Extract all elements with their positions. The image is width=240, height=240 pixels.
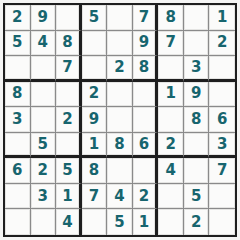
cell-r6c5[interactable]: 8 xyxy=(107,133,133,159)
cell-r2c7[interactable]: 7 xyxy=(158,31,184,57)
cell-r8c9[interactable] xyxy=(209,184,235,210)
given-digit: 6 xyxy=(217,112,227,127)
given-digit: 7 xyxy=(62,60,72,75)
cell-r5c5[interactable] xyxy=(107,107,133,133)
cell-r4c1[interactable]: 8 xyxy=(5,82,31,108)
cell-r7c8[interactable] xyxy=(184,158,210,184)
given-digit: 8 xyxy=(12,86,22,101)
cell-r7c6[interactable] xyxy=(133,158,159,184)
given-digit: 2 xyxy=(217,35,227,50)
page: 2957815489727283821932986518623625847317… xyxy=(0,0,240,240)
given-digit: 3 xyxy=(191,60,201,75)
given-digit: 7 xyxy=(217,163,227,178)
given-digit: 8 xyxy=(165,10,175,25)
cell-r5c3[interactable]: 2 xyxy=(56,107,82,133)
given-digit: 2 xyxy=(114,60,124,75)
cell-r2c9[interactable]: 2 xyxy=(209,31,235,57)
given-digit: 5 xyxy=(62,163,72,178)
cell-r4c5[interactable] xyxy=(107,82,133,108)
cell-r7c2[interactable]: 2 xyxy=(31,158,57,184)
given-digit: 1 xyxy=(165,86,175,101)
cell-r2c6[interactable]: 9 xyxy=(133,31,159,57)
given-digit: 7 xyxy=(89,189,99,204)
given-digit: 9 xyxy=(191,86,201,101)
cell-r6c7[interactable]: 2 xyxy=(158,133,184,159)
cell-r6c6[interactable]: 6 xyxy=(133,133,159,159)
given-digit: 1 xyxy=(89,137,99,152)
cell-r7c7[interactable]: 4 xyxy=(158,158,184,184)
cell-r8c3[interactable]: 1 xyxy=(56,184,82,210)
cell-r4c2[interactable] xyxy=(31,82,57,108)
cell-r5c1[interactable]: 3 xyxy=(5,107,31,133)
cell-r3c4[interactable] xyxy=(82,56,108,82)
given-digit: 6 xyxy=(139,137,149,152)
cell-r1c7[interactable]: 8 xyxy=(158,5,184,31)
given-digit: 8 xyxy=(139,60,149,75)
cell-r8c6[interactable]: 2 xyxy=(133,184,159,210)
cell-r7c1[interactable]: 6 xyxy=(5,158,31,184)
cell-r8c4[interactable]: 7 xyxy=(82,184,108,210)
cell-r4c3[interactable] xyxy=(56,82,82,108)
cell-r2c1[interactable]: 5 xyxy=(5,31,31,57)
cell-r6c2[interactable]: 5 xyxy=(31,133,57,159)
cell-r3c3[interactable]: 7 xyxy=(56,56,82,82)
cell-r6c3[interactable] xyxy=(56,133,82,159)
cell-r3c9[interactable] xyxy=(209,56,235,82)
cell-r6c8[interactable] xyxy=(184,133,210,159)
cell-r4c7[interactable]: 1 xyxy=(158,82,184,108)
cell-r7c4[interactable]: 8 xyxy=(82,158,108,184)
cell-r9c4[interactable] xyxy=(82,209,108,235)
given-digit: 4 xyxy=(62,215,72,230)
cell-r9c5[interactable]: 5 xyxy=(107,209,133,235)
cell-r1c6[interactable]: 7 xyxy=(133,5,159,31)
given-digit: 5 xyxy=(38,137,48,152)
cell-r3c1[interactable] xyxy=(5,56,31,82)
cell-r1c4[interactable]: 5 xyxy=(82,5,108,31)
given-digit: 8 xyxy=(191,112,201,127)
given-digit: 3 xyxy=(217,137,227,152)
given-digit: 5 xyxy=(114,215,124,230)
cell-r5c8[interactable]: 8 xyxy=(184,107,210,133)
cell-r3c7[interactable] xyxy=(158,56,184,82)
cell-r4c6[interactable] xyxy=(133,82,159,108)
cell-r2c4[interactable] xyxy=(82,31,108,57)
cell-r9c8[interactable]: 2 xyxy=(184,209,210,235)
cell-r7c5[interactable] xyxy=(107,158,133,184)
cell-r1c1[interactable]: 2 xyxy=(5,5,31,31)
cell-r5c7[interactable] xyxy=(158,107,184,133)
given-digit: 7 xyxy=(139,10,149,25)
cell-r9c2[interactable] xyxy=(31,209,57,235)
given-digit: 8 xyxy=(89,163,99,178)
cell-r3c6[interactable]: 8 xyxy=(133,56,159,82)
given-digit: 1 xyxy=(217,10,227,25)
cell-r5c2[interactable] xyxy=(31,107,57,133)
cell-r9c6[interactable]: 1 xyxy=(133,209,159,235)
cell-r1c3[interactable] xyxy=(56,5,82,31)
cell-r2c3[interactable]: 8 xyxy=(56,31,82,57)
given-digit: 4 xyxy=(165,163,175,178)
cell-r8c7[interactable] xyxy=(158,184,184,210)
cell-r9c3[interactable]: 4 xyxy=(56,209,82,235)
given-digit: 8 xyxy=(62,35,72,50)
given-digit: 3 xyxy=(38,189,48,204)
given-digit: 2 xyxy=(62,112,72,127)
given-digit: 2 xyxy=(12,10,22,25)
cell-r9c7[interactable] xyxy=(158,209,184,235)
cell-r6c9[interactable]: 3 xyxy=(209,133,235,159)
given-digit: 2 xyxy=(89,86,99,101)
cell-r6c4[interactable]: 1 xyxy=(82,133,108,159)
cell-r3c8[interactable]: 3 xyxy=(184,56,210,82)
given-digit: 7 xyxy=(165,35,175,50)
given-digit: 5 xyxy=(12,35,22,50)
given-digit: 4 xyxy=(114,189,124,204)
cell-r1c5[interactable] xyxy=(107,5,133,31)
cell-r5c9[interactable]: 6 xyxy=(209,107,235,133)
given-digit: 2 xyxy=(139,189,149,204)
cell-r8c2[interactable]: 3 xyxy=(31,184,57,210)
given-digit: 2 xyxy=(38,163,48,178)
cell-r1c8[interactable] xyxy=(184,5,210,31)
cell-r8c1[interactable] xyxy=(5,184,31,210)
given-digit: 1 xyxy=(62,189,72,204)
given-digit: 1 xyxy=(139,215,149,230)
given-digit: 9 xyxy=(89,112,99,127)
given-digit: 9 xyxy=(38,10,48,25)
cell-r4c8[interactable]: 9 xyxy=(184,82,210,108)
cell-r5c4[interactable]: 9 xyxy=(82,107,108,133)
cell-r4c4[interactable]: 2 xyxy=(82,82,108,108)
cell-r8c8[interactable]: 5 xyxy=(184,184,210,210)
cell-r7c3[interactable]: 5 xyxy=(56,158,82,184)
cell-r9c1[interactable] xyxy=(5,209,31,235)
given-digit: 5 xyxy=(191,189,201,204)
cell-r9c9[interactable] xyxy=(209,209,235,235)
cell-r1c9[interactable]: 1 xyxy=(209,5,235,31)
sudoku-board: 2957815489727283821932986518623625847317… xyxy=(3,3,237,237)
given-digit: 8 xyxy=(114,137,124,152)
cell-r5c6[interactable] xyxy=(133,107,159,133)
cell-r6c1[interactable] xyxy=(5,133,31,159)
cell-r2c8[interactable] xyxy=(184,31,210,57)
cell-r4c9[interactable] xyxy=(209,82,235,108)
given-digit: 2 xyxy=(165,137,175,152)
cell-r2c2[interactable]: 4 xyxy=(31,31,57,57)
given-digit: 4 xyxy=(38,35,48,50)
given-digit: 6 xyxy=(12,163,22,178)
cell-r1c2[interactable]: 9 xyxy=(31,5,57,31)
cell-r2c5[interactable] xyxy=(107,31,133,57)
given-digit: 3 xyxy=(12,112,22,127)
given-digit: 5 xyxy=(89,10,99,25)
cell-r3c2[interactable] xyxy=(31,56,57,82)
cell-r3c5[interactable]: 2 xyxy=(107,56,133,82)
cell-r7c9[interactable]: 7 xyxy=(209,158,235,184)
cell-r8c5[interactable]: 4 xyxy=(107,184,133,210)
given-digit: 2 xyxy=(191,215,201,230)
given-digit: 9 xyxy=(139,35,149,50)
